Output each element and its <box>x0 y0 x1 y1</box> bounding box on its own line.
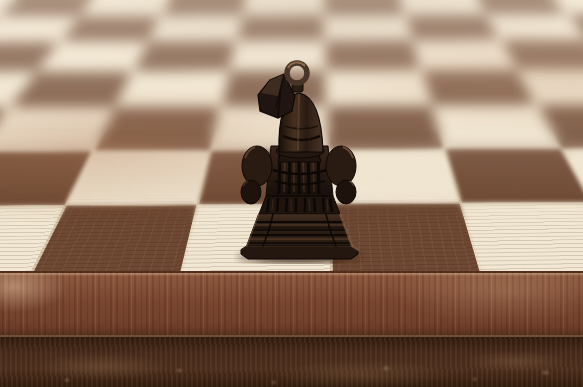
frame-bevel-top <box>0 271 583 337</box>
frame-front-face <box>0 335 583 387</box>
board-frame <box>0 271 583 387</box>
knight-piece <box>233 56 365 264</box>
chessboard-photo-scene <box>0 0 583 387</box>
piece-base <box>241 214 358 259</box>
piece-fauld <box>259 196 340 214</box>
